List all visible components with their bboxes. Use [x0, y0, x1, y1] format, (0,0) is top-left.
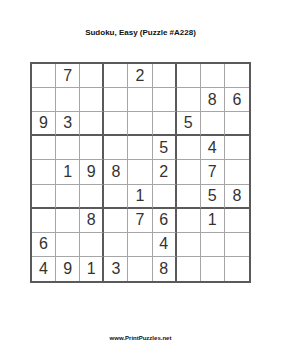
- sudoku-cell-r4c7: [177, 136, 201, 160]
- sudoku-cell-r3c6: [153, 112, 177, 136]
- sudoku-cell-r1c2: 7: [56, 64, 80, 88]
- sudoku-cell-r8c6: 4: [153, 233, 177, 257]
- sudoku-cell-r1c8: [201, 64, 225, 88]
- sudoku-cell-r9c7: [177, 257, 201, 281]
- sudoku-cell-r8c7: [177, 233, 201, 257]
- sudoku-cell-r4c5: [128, 136, 152, 160]
- sudoku-cell-r9c4: 3: [104, 257, 128, 281]
- sudoku-cell-r8c4: [104, 233, 128, 257]
- sudoku-cell-r1c3: [80, 64, 104, 88]
- sudoku-cell-r6c2: [56, 185, 80, 209]
- sudoku-cell-r8c2: [56, 233, 80, 257]
- sudoku-cell-r1c6: [153, 64, 177, 88]
- sudoku-cell-r5c9: [225, 160, 249, 184]
- sudoku-cell-r1c4: [104, 64, 128, 88]
- page-title: Sudoku, Easy (Puzzle #A228): [0, 28, 281, 37]
- sudoku-cell-r9c1: 4: [32, 257, 56, 281]
- sudoku-cell-r8c8: [201, 233, 225, 257]
- sudoku-cell-r8c1: 6: [32, 233, 56, 257]
- sudoku-cell-r6c5: 1: [128, 185, 152, 209]
- sudoku-cell-r6c9: 8: [225, 185, 249, 209]
- sudoku-cell-r7c5: 7: [128, 209, 152, 233]
- sudoku-cell-r6c3: [80, 185, 104, 209]
- sudoku-cell-r2c7: [177, 88, 201, 112]
- sudoku-cell-r5c2: 1: [56, 160, 80, 184]
- sudoku-cell-r4c4: [104, 136, 128, 160]
- sudoku-cell-r6c6: [153, 185, 177, 209]
- sudoku-cell-r7c2: [56, 209, 80, 233]
- sudoku-cell-r5c4: 8: [104, 160, 128, 184]
- sudoku-cell-r4c1: [32, 136, 56, 160]
- sudoku-cell-r7c6: 6: [153, 209, 177, 233]
- sudoku-cell-r5c7: [177, 160, 201, 184]
- sudoku-cell-r7c1: [32, 209, 56, 233]
- sudoku-cell-r5c3: 9: [80, 160, 104, 184]
- sudoku-cell-r2c5: [128, 88, 152, 112]
- sudoku-cell-r9c2: 9: [56, 257, 80, 281]
- sudoku-cell-r3c2: 3: [56, 112, 80, 136]
- sudoku-cell-r6c4: [104, 185, 128, 209]
- sudoku-cell-r8c5: [128, 233, 152, 257]
- sudoku-cell-r7c7: [177, 209, 201, 233]
- sudoku-cell-r8c9: [225, 233, 249, 257]
- sudoku-cell-r3c1: 9: [32, 112, 56, 136]
- sudoku-cell-r7c3: 8: [80, 209, 104, 233]
- sudoku-cell-r3c5: [128, 112, 152, 136]
- sudoku-cell-r9c6: 8: [153, 257, 177, 281]
- sudoku-cell-r9c5: [128, 257, 152, 281]
- sudoku-cell-r5c5: [128, 160, 152, 184]
- sudoku-cell-r2c9: 6: [225, 88, 249, 112]
- sudoku-cell-r3c3: [80, 112, 104, 136]
- sudoku-cell-r2c4: [104, 88, 128, 112]
- sudoku-cell-r4c2: [56, 136, 80, 160]
- sudoku-cell-r2c1: [32, 88, 56, 112]
- sudoku-cell-r9c3: 1: [80, 257, 104, 281]
- sudoku-cell-r5c1: [32, 160, 56, 184]
- sudoku-cell-r4c3: [80, 136, 104, 160]
- sudoku-cell-r3c9: [225, 112, 249, 136]
- sudoku-cell-r5c8: 7: [201, 160, 225, 184]
- sudoku-cell-r6c7: [177, 185, 201, 209]
- sudoku-cell-r2c8: 8: [201, 88, 225, 112]
- sudoku-cell-r7c9: [225, 209, 249, 233]
- sudoku-cell-r3c7: 5: [177, 112, 201, 136]
- footer-url: www.PrintPuzzles.net: [0, 335, 281, 341]
- sudoku-cell-r3c4: [104, 112, 128, 136]
- sudoku-cell-r8c3: [80, 233, 104, 257]
- sudoku-cell-r6c8: 5: [201, 185, 225, 209]
- sudoku-cell-r7c4: [104, 209, 128, 233]
- sudoku-cell-r5c6: 2: [153, 160, 177, 184]
- sudoku-cell-r2c2: [56, 88, 80, 112]
- sudoku-grid: 7286935541982715887616449138: [30, 62, 251, 283]
- sudoku-cell-r1c7: [177, 64, 201, 88]
- sudoku-cell-r2c6: [153, 88, 177, 112]
- sudoku-cell-r4c9: [225, 136, 249, 160]
- sudoku-cell-r1c5: 2: [128, 64, 152, 88]
- sudoku-cell-r1c1: [32, 64, 56, 88]
- sudoku-cell-r4c6: 5: [153, 136, 177, 160]
- sudoku-cell-r7c8: 1: [201, 209, 225, 233]
- sudoku-cell-r4c8: 4: [201, 136, 225, 160]
- sudoku-cell-r3c8: [201, 112, 225, 136]
- sudoku-cell-r6c1: [32, 185, 56, 209]
- sudoku-cell-r1c9: [225, 64, 249, 88]
- sudoku-cell-r9c8: [201, 257, 225, 281]
- sudoku-cell-r2c3: [80, 88, 104, 112]
- sudoku-cell-r9c9: [225, 257, 249, 281]
